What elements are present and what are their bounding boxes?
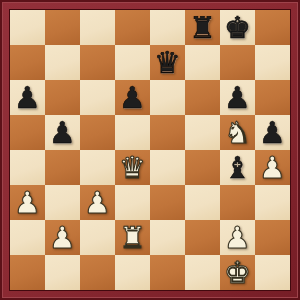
piece-white-pawn[interactable]: ♟ (14, 185, 41, 220)
square-d8[interactable] (115, 10, 150, 45)
square-b7[interactable] (45, 45, 80, 80)
square-f4[interactable] (185, 150, 220, 185)
piece-black-queen[interactable]: ♛ (154, 45, 181, 80)
square-h2[interactable] (255, 220, 290, 255)
piece-white-pawn[interactable]: ♟ (224, 220, 251, 255)
square-c7[interactable] (80, 45, 115, 80)
square-f5[interactable] (185, 115, 220, 150)
piece-black-rook[interactable]: ♜ (189, 10, 216, 45)
piece-white-rook[interactable]: ♜ (119, 220, 146, 255)
square-c4[interactable] (80, 150, 115, 185)
piece-black-bishop[interactable]: ♝ (224, 150, 251, 185)
square-d4[interactable]: ♛ (115, 150, 150, 185)
square-c5[interactable] (80, 115, 115, 150)
square-d3[interactable] (115, 185, 150, 220)
square-b4[interactable] (45, 150, 80, 185)
square-g4[interactable]: ♝ (220, 150, 255, 185)
square-e1[interactable] (150, 255, 185, 290)
square-e7[interactable]: ♛ (150, 45, 185, 80)
piece-black-pawn[interactable]: ♟ (224, 80, 251, 115)
square-g3[interactable] (220, 185, 255, 220)
chess-board: ♜♚♛♟♟♟♟♞♟♛♝♟♟♟♟♜♟♚ (10, 10, 290, 290)
square-c3[interactable]: ♟ (80, 185, 115, 220)
square-h8[interactable] (255, 10, 290, 45)
square-g6[interactable]: ♟ (220, 80, 255, 115)
square-e2[interactable] (150, 220, 185, 255)
square-a4[interactable] (10, 150, 45, 185)
square-e3[interactable] (150, 185, 185, 220)
square-b1[interactable] (45, 255, 80, 290)
square-f6[interactable] (185, 80, 220, 115)
square-d6[interactable]: ♟ (115, 80, 150, 115)
square-h5[interactable]: ♟ (255, 115, 290, 150)
square-b3[interactable] (45, 185, 80, 220)
square-h1[interactable] (255, 255, 290, 290)
square-d5[interactable] (115, 115, 150, 150)
square-g7[interactable] (220, 45, 255, 80)
square-g1[interactable]: ♚ (220, 255, 255, 290)
piece-black-pawn[interactable]: ♟ (14, 80, 41, 115)
square-h4[interactable]: ♟ (255, 150, 290, 185)
square-a3[interactable]: ♟ (10, 185, 45, 220)
board-frame: ♜♚♛♟♟♟♟♞♟♛♝♟♟♟♟♜♟♚ (0, 0, 300, 300)
square-a8[interactable] (10, 10, 45, 45)
square-d7[interactable] (115, 45, 150, 80)
piece-black-king[interactable]: ♚ (224, 10, 251, 45)
square-d1[interactable] (115, 255, 150, 290)
square-f7[interactable] (185, 45, 220, 80)
square-a7[interactable] (10, 45, 45, 80)
square-g8[interactable]: ♚ (220, 10, 255, 45)
square-c6[interactable] (80, 80, 115, 115)
square-a1[interactable] (10, 255, 45, 290)
square-g2[interactable]: ♟ (220, 220, 255, 255)
piece-white-pawn[interactable]: ♟ (259, 150, 286, 185)
piece-black-pawn[interactable]: ♟ (49, 115, 76, 150)
square-c1[interactable] (80, 255, 115, 290)
square-f3[interactable] (185, 185, 220, 220)
piece-white-queen[interactable]: ♛ (119, 150, 146, 185)
square-c2[interactable] (80, 220, 115, 255)
square-a6[interactable]: ♟ (10, 80, 45, 115)
square-g5[interactable]: ♞ (220, 115, 255, 150)
square-e4[interactable] (150, 150, 185, 185)
piece-white-pawn[interactable]: ♟ (49, 220, 76, 255)
square-f8[interactable]: ♜ (185, 10, 220, 45)
square-b2[interactable]: ♟ (45, 220, 80, 255)
square-a2[interactable] (10, 220, 45, 255)
square-d2[interactable]: ♜ (115, 220, 150, 255)
square-a5[interactable] (10, 115, 45, 150)
square-f1[interactable] (185, 255, 220, 290)
piece-black-pawn[interactable]: ♟ (259, 115, 286, 150)
piece-white-knight[interactable]: ♞ (224, 115, 251, 150)
piece-black-pawn[interactable]: ♟ (119, 80, 146, 115)
square-e8[interactable] (150, 10, 185, 45)
piece-white-pawn[interactable]: ♟ (84, 185, 111, 220)
square-h7[interactable] (255, 45, 290, 80)
square-b8[interactable] (45, 10, 80, 45)
square-h6[interactable] (255, 80, 290, 115)
square-h3[interactable] (255, 185, 290, 220)
square-b6[interactable] (45, 80, 80, 115)
square-f2[interactable] (185, 220, 220, 255)
square-c8[interactable] (80, 10, 115, 45)
square-e5[interactable] (150, 115, 185, 150)
square-e6[interactable] (150, 80, 185, 115)
square-b5[interactable]: ♟ (45, 115, 80, 150)
piece-white-king[interactable]: ♚ (224, 255, 251, 290)
